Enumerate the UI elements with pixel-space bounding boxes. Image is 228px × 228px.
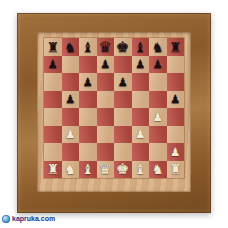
square-h7 xyxy=(167,56,185,74)
piece-black-pawn-f7: ♟ xyxy=(132,56,150,74)
square-b2 xyxy=(62,143,80,161)
square-a5 xyxy=(44,91,62,109)
piece-black-pawn-c6: ♟ xyxy=(79,73,97,91)
square-h6 xyxy=(167,73,185,91)
square-b6 xyxy=(62,73,80,91)
watermark: kapruka.com xyxy=(2,214,55,224)
piece-black-pawn-g7: ♟ xyxy=(149,56,167,74)
square-d5 xyxy=(97,91,115,109)
square-e1: ♚ xyxy=(114,161,132,179)
square-h3 xyxy=(167,126,185,144)
square-g7: ♟ xyxy=(149,56,167,74)
square-a2 xyxy=(44,143,62,161)
piece-black-pawn-d7: ♟ xyxy=(97,56,115,74)
square-c1: ♝ xyxy=(79,161,97,179)
square-c7 xyxy=(79,56,97,74)
piece-white-pawn-b3: ♟ xyxy=(62,126,80,144)
piece-white-rook-a1: ♜ xyxy=(44,161,62,179)
square-d3 xyxy=(97,126,115,144)
square-h2: ♟ xyxy=(167,143,185,161)
square-f3: ♟ xyxy=(132,126,150,144)
square-h5: ♟ xyxy=(167,91,185,109)
piece-black-rook-a8: ♜ xyxy=(44,38,62,56)
square-e2 xyxy=(114,143,132,161)
square-g4: ♟ xyxy=(149,108,167,126)
piece-white-rook-h1: ♜ xyxy=(167,161,185,179)
piece-black-bishop-f8: ♝ xyxy=(132,38,150,56)
square-d7: ♟ xyxy=(97,56,115,74)
square-d4 xyxy=(97,108,115,126)
square-g2 xyxy=(149,143,167,161)
chess-board: ♜♞♝♛♚♝♞♜♟♟♟♟♟♟♟♟♟♟♟♟♜♞♝♛♚♝♞♜ xyxy=(44,38,184,178)
square-b4 xyxy=(62,108,80,126)
square-e6: ♟ xyxy=(114,73,132,91)
square-f2 xyxy=(132,143,150,161)
square-a6 xyxy=(44,73,62,91)
square-f5 xyxy=(132,91,150,109)
board-frame: ♜♞♝♛♚♝♞♜♟♟♟♟♟♟♟♟♟♟♟♟♜♞♝♛♚♝♞♜ xyxy=(17,13,211,213)
piece-black-bishop-c8: ♝ xyxy=(79,38,97,56)
square-d8: ♛ xyxy=(97,38,115,56)
square-e5 xyxy=(114,91,132,109)
square-g1: ♞ xyxy=(149,161,167,179)
square-a3 xyxy=(44,126,62,144)
piece-white-pawn-g4: ♟ xyxy=(149,108,167,126)
piece-black-knight-b8: ♞ xyxy=(62,38,80,56)
piece-white-pawn-h2: ♟ xyxy=(167,143,185,161)
globe-icon xyxy=(2,215,10,223)
square-e8: ♚ xyxy=(114,38,132,56)
square-h8: ♜ xyxy=(167,38,185,56)
board-inner-margin: ♜♞♝♛♚♝♞♜♟♟♟♟♟♟♟♟♟♟♟♟♜♞♝♛♚♝♞♜ xyxy=(37,32,191,192)
piece-black-pawn-a7: ♟ xyxy=(44,56,62,74)
square-b3: ♟ xyxy=(62,126,80,144)
piece-white-king-e1: ♚ xyxy=(114,161,132,179)
square-d2 xyxy=(97,143,115,161)
square-b8: ♞ xyxy=(62,38,80,56)
square-b5: ♟ xyxy=(62,91,80,109)
piece-white-pawn-f3: ♟ xyxy=(132,126,150,144)
square-c3 xyxy=(79,126,97,144)
piece-black-king-e8: ♚ xyxy=(114,38,132,56)
square-a7: ♟ xyxy=(44,56,62,74)
piece-white-knight-b1: ♞ xyxy=(62,161,80,179)
square-a4 xyxy=(44,108,62,126)
square-c4 xyxy=(79,108,97,126)
piece-white-knight-g1: ♞ xyxy=(149,161,167,179)
square-a1: ♜ xyxy=(44,161,62,179)
piece-black-queen-d8: ♛ xyxy=(97,38,115,56)
square-g3 xyxy=(149,126,167,144)
piece-black-rook-h8: ♜ xyxy=(167,38,185,56)
square-f7: ♟ xyxy=(132,56,150,74)
square-e3 xyxy=(114,126,132,144)
square-h1: ♜ xyxy=(167,161,185,179)
square-h4 xyxy=(167,108,185,126)
square-d6 xyxy=(97,73,115,91)
square-e7 xyxy=(114,56,132,74)
square-g5 xyxy=(149,91,167,109)
watermark-text: kapruka.com xyxy=(12,215,55,223)
piece-black-pawn-b5: ♟ xyxy=(62,91,80,109)
square-c5 xyxy=(79,91,97,109)
square-f4 xyxy=(132,108,150,126)
square-f8: ♝ xyxy=(132,38,150,56)
square-f6 xyxy=(132,73,150,91)
square-c2 xyxy=(79,143,97,161)
piece-black-knight-g8: ♞ xyxy=(149,38,167,56)
square-d1: ♛ xyxy=(97,161,115,179)
square-c6: ♟ xyxy=(79,73,97,91)
piece-white-bishop-f1: ♝ xyxy=(132,161,150,179)
square-c8: ♝ xyxy=(79,38,97,56)
piece-white-queen-d1: ♛ xyxy=(97,161,115,179)
square-g6 xyxy=(149,73,167,91)
piece-white-bishop-c1: ♝ xyxy=(79,161,97,179)
square-f1: ♝ xyxy=(132,161,150,179)
square-e4 xyxy=(114,108,132,126)
square-b7 xyxy=(62,56,80,74)
square-b1: ♞ xyxy=(62,161,80,179)
square-g8: ♞ xyxy=(149,38,167,56)
square-a8: ♜ xyxy=(44,38,62,56)
piece-black-pawn-e6: ♟ xyxy=(114,73,132,91)
piece-black-pawn-h5: ♟ xyxy=(167,91,185,109)
